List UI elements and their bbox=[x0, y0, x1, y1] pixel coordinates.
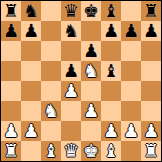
square-e2[interactable] bbox=[81, 121, 101, 141]
white-knight: ♞ bbox=[43, 101, 59, 121]
square-f7[interactable]: ♟ bbox=[101, 21, 121, 41]
square-h2[interactable]: ♟ bbox=[141, 121, 161, 141]
square-f5[interactable]: ♝ bbox=[101, 61, 121, 81]
square-a5[interactable] bbox=[1, 61, 21, 81]
square-c1[interactable]: ♝ bbox=[41, 141, 61, 161]
square-e7[interactable] bbox=[81, 21, 101, 41]
square-h8[interactable]: ♜ bbox=[141, 1, 161, 21]
square-f8[interactable]: ♝ bbox=[101, 1, 121, 21]
black-pawn: ♟ bbox=[83, 41, 99, 61]
square-g4[interactable] bbox=[121, 81, 141, 101]
square-f3[interactable] bbox=[101, 101, 121, 121]
square-a4[interactable] bbox=[1, 81, 21, 101]
square-f6[interactable] bbox=[101, 41, 121, 61]
square-e6[interactable]: ♟ bbox=[81, 41, 101, 61]
white-bishop: ♝ bbox=[43, 141, 59, 161]
square-a3[interactable] bbox=[1, 101, 21, 121]
square-c6[interactable] bbox=[41, 41, 61, 61]
square-e8[interactable]: ♚ bbox=[81, 1, 101, 21]
square-a1[interactable]: ♜ bbox=[1, 141, 21, 161]
white-pawn: ♟ bbox=[83, 101, 99, 121]
white-rook: ♜ bbox=[3, 141, 19, 161]
square-b3[interactable] bbox=[21, 101, 41, 121]
square-d2[interactable] bbox=[61, 121, 81, 141]
white-queen: ♛ bbox=[63, 141, 79, 161]
square-b8[interactable]: ♞ bbox=[21, 1, 41, 21]
black-king: ♚ bbox=[83, 1, 99, 21]
square-a7[interactable]: ♟ bbox=[1, 21, 21, 41]
square-h6[interactable] bbox=[141, 41, 161, 61]
square-h5[interactable] bbox=[141, 61, 161, 81]
square-c5[interactable] bbox=[41, 61, 61, 81]
square-c2[interactable] bbox=[41, 121, 61, 141]
square-d5[interactable]: ♟ bbox=[61, 61, 81, 81]
square-h3[interactable] bbox=[141, 101, 161, 121]
square-d7[interactable]: ♞ bbox=[61, 21, 81, 41]
black-rook: ♜ bbox=[3, 1, 19, 21]
square-e4[interactable] bbox=[81, 81, 101, 101]
square-g3[interactable] bbox=[121, 101, 141, 121]
white-pawn: ♟ bbox=[23, 121, 39, 141]
square-g6[interactable] bbox=[121, 41, 141, 61]
black-pawn: ♟ bbox=[3, 21, 19, 41]
square-c7[interactable] bbox=[41, 21, 61, 41]
square-d1[interactable]: ♛ bbox=[61, 141, 81, 161]
black-bishop: ♝ bbox=[103, 61, 119, 81]
black-pawn: ♟ bbox=[63, 61, 79, 81]
black-pawn: ♟ bbox=[23, 21, 39, 41]
square-h7[interactable]: ♟ bbox=[141, 21, 161, 41]
square-d6[interactable] bbox=[61, 41, 81, 61]
white-bishop: ♝ bbox=[103, 141, 119, 161]
square-b7[interactable]: ♟ bbox=[21, 21, 41, 41]
square-g2[interactable]: ♟ bbox=[121, 121, 141, 141]
white-pawn: ♟ bbox=[123, 121, 139, 141]
square-g5[interactable] bbox=[121, 61, 141, 81]
square-f1[interactable]: ♝ bbox=[101, 141, 121, 161]
black-queen: ♛ bbox=[63, 1, 79, 21]
square-e5[interactable]: ♞ bbox=[81, 61, 101, 81]
square-b5[interactable] bbox=[21, 61, 41, 81]
black-knight: ♞ bbox=[63, 21, 79, 41]
square-e1[interactable]: ♚ bbox=[81, 141, 101, 161]
square-d4[interactable]: ♟ bbox=[61, 81, 81, 101]
square-c4[interactable] bbox=[41, 81, 61, 101]
square-a2[interactable]: ♟ bbox=[1, 121, 21, 141]
white-pawn: ♟ bbox=[143, 121, 159, 141]
square-b1[interactable] bbox=[21, 141, 41, 161]
chess-board: ♜♞♛♚♝♜♟♟♞♟♟♟♟♟♞♝♟♞♟♟♟♟♟♟♜♝♛♚♝♜ bbox=[0, 0, 162, 162]
black-rook: ♜ bbox=[143, 1, 159, 21]
square-d8[interactable]: ♛ bbox=[61, 1, 81, 21]
square-g8[interactable] bbox=[121, 1, 141, 21]
square-c3[interactable]: ♞ bbox=[41, 101, 61, 121]
square-h4[interactable] bbox=[141, 81, 161, 101]
square-g7[interactable]: ♟ bbox=[121, 21, 141, 41]
square-a6[interactable] bbox=[1, 41, 21, 61]
square-b2[interactable]: ♟ bbox=[21, 121, 41, 141]
black-bishop: ♝ bbox=[103, 1, 119, 21]
white-rook: ♜ bbox=[143, 141, 159, 161]
black-pawn: ♟ bbox=[103, 21, 119, 41]
square-f2[interactable]: ♟ bbox=[101, 121, 121, 141]
square-g1[interactable] bbox=[121, 141, 141, 161]
black-pawn: ♟ bbox=[123, 21, 139, 41]
square-a8[interactable]: ♜ bbox=[1, 1, 21, 21]
square-d3[interactable] bbox=[61, 101, 81, 121]
white-pawn: ♟ bbox=[3, 121, 19, 141]
white-pawn: ♟ bbox=[103, 121, 119, 141]
white-king: ♚ bbox=[83, 141, 99, 161]
square-b4[interactable] bbox=[21, 81, 41, 101]
black-knight: ♞ bbox=[23, 1, 39, 21]
square-h1[interactable]: ♜ bbox=[141, 141, 161, 161]
square-e3[interactable]: ♟ bbox=[81, 101, 101, 121]
white-pawn: ♟ bbox=[63, 81, 79, 101]
black-pawn: ♟ bbox=[143, 21, 159, 41]
square-f4[interactable] bbox=[101, 81, 121, 101]
square-c8[interactable] bbox=[41, 1, 61, 21]
square-b6[interactable] bbox=[21, 41, 41, 61]
white-knight: ♞ bbox=[83, 61, 99, 81]
